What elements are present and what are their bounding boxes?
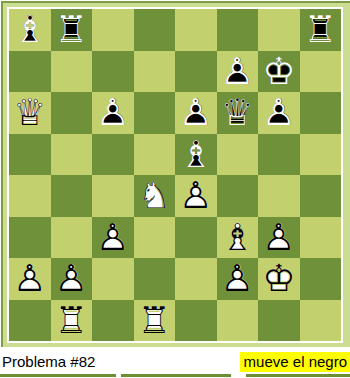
square-a7[interactable] — [9, 51, 51, 93]
white-bishop-icon: ♝♗ — [217, 217, 259, 259]
square-g6[interactable]: ♟♙ — [258, 92, 300, 134]
square-b7[interactable] — [51, 51, 93, 93]
square-d7[interactable] — [134, 51, 176, 93]
chess-problem-card: ♝♗♜♖♜♖♟♙♚♔♛♕♟♙♟♙♛♕♟♙♝♗♞♘♟♙♟♙♝♗♟♙♟♙♟♙♟♙♚♔… — [0, 0, 350, 378]
problem-number-label: Problema #82 — [2, 353, 95, 370]
square-c3[interactable]: ♟♙ — [92, 217, 134, 259]
white-pawn-icon: ♟♙ — [217, 258, 259, 300]
white-pawn-icon: ♟♙ — [51, 258, 93, 300]
square-d1[interactable]: ♜♖ — [134, 300, 176, 342]
square-g5[interactable] — [258, 134, 300, 176]
square-c1[interactable] — [92, 300, 134, 342]
square-d3[interactable] — [134, 217, 176, 259]
square-f7[interactable]: ♟♙ — [217, 51, 259, 93]
square-f4[interactable] — [217, 175, 259, 217]
black-bishop-icon: ♝♗ — [9, 9, 51, 51]
square-d4[interactable]: ♞♘ — [134, 175, 176, 217]
board-panel: ♝♗♜♖♜♖♟♙♚♔♛♕♟♙♟♙♛♕♟♙♝♗♞♘♟♙♟♙♝♗♟♙♟♙♟♙♟♙♚♔… — [1, 1, 350, 347]
black-rook-icon: ♜♖ — [300, 9, 342, 51]
square-a3[interactable] — [9, 217, 51, 259]
black-pawn-icon: ♟♙ — [92, 92, 134, 134]
square-c7[interactable] — [92, 51, 134, 93]
square-b3[interactable] — [51, 217, 93, 259]
square-a5[interactable] — [9, 134, 51, 176]
square-e8[interactable] — [175, 9, 217, 51]
white-queen-icon: ♛♕ — [9, 92, 51, 134]
square-e6[interactable]: ♟♙ — [175, 92, 217, 134]
square-c2[interactable] — [92, 258, 134, 300]
square-b5[interactable] — [51, 134, 93, 176]
square-f2[interactable]: ♟♙ — [217, 258, 259, 300]
square-a1[interactable] — [9, 300, 51, 342]
square-g3[interactable]: ♟♙ — [258, 217, 300, 259]
square-b2[interactable]: ♟♙ — [51, 258, 93, 300]
square-f3[interactable]: ♝♗ — [217, 217, 259, 259]
caption-row: Problema #82 mueve el negro — [0, 350, 350, 373]
square-g1[interactable] — [258, 300, 300, 342]
black-rook-icon: ♜♖ — [51, 9, 93, 51]
board-frame: ♝♗♜♖♜♖♟♙♚♔♛♕♟♙♟♙♛♕♟♙♝♗♞♘♟♙♟♙♝♗♟♙♟♙♟♙♟♙♚♔… — [7, 7, 343, 343]
table-grid-line — [0, 374, 116, 377]
square-g2[interactable]: ♚♔ — [258, 258, 300, 300]
square-c4[interactable] — [92, 175, 134, 217]
black-pawn-icon: ♟♙ — [217, 51, 259, 93]
table-grid-line — [121, 374, 231, 377]
square-h3[interactable] — [300, 217, 342, 259]
square-f5[interactable] — [217, 134, 259, 176]
square-e2[interactable] — [175, 258, 217, 300]
white-rook-icon: ♜♖ — [51, 300, 93, 342]
square-b6[interactable] — [51, 92, 93, 134]
square-b1[interactable]: ♜♖ — [51, 300, 93, 342]
square-e3[interactable] — [175, 217, 217, 259]
square-h7[interactable] — [300, 51, 342, 93]
black-pawn-icon: ♟♙ — [175, 92, 217, 134]
table-grid-line — [246, 374, 350, 377]
square-a6[interactable]: ♛♕ — [9, 92, 51, 134]
black-king-icon: ♚♔ — [258, 51, 300, 93]
square-c8[interactable] — [92, 9, 134, 51]
square-a4[interactable] — [9, 175, 51, 217]
white-king-icon: ♚♔ — [258, 258, 300, 300]
square-d5[interactable] — [134, 134, 176, 176]
white-pawn-icon: ♟♙ — [175, 175, 217, 217]
white-knight-icon: ♞♘ — [134, 175, 176, 217]
square-g4[interactable] — [258, 175, 300, 217]
square-g8[interactable] — [258, 9, 300, 51]
square-c6[interactable]: ♟♙ — [92, 92, 134, 134]
black-bishop-icon: ♝♗ — [175, 134, 217, 176]
square-f8[interactable] — [217, 9, 259, 51]
square-e5[interactable]: ♝♗ — [175, 134, 217, 176]
square-h4[interactable] — [300, 175, 342, 217]
chess-board[interactable]: ♝♗♜♖♜♖♟♙♚♔♛♕♟♙♟♙♛♕♟♙♝♗♞♘♟♙♟♙♝♗♟♙♟♙♟♙♟♙♚♔… — [9, 9, 341, 341]
square-h5[interactable] — [300, 134, 342, 176]
square-e7[interactable] — [175, 51, 217, 93]
square-e4[interactable]: ♟♙ — [175, 175, 217, 217]
black-queen-icon: ♛♕ — [217, 92, 259, 134]
square-f1[interactable] — [217, 300, 259, 342]
square-a2[interactable]: ♟♙ — [9, 258, 51, 300]
square-h8[interactable]: ♜♖ — [300, 9, 342, 51]
square-h6[interactable] — [300, 92, 342, 134]
square-c5[interactable] — [92, 134, 134, 176]
square-g7[interactable]: ♚♔ — [258, 51, 300, 93]
white-rook-icon: ♜♖ — [134, 300, 176, 342]
square-b8[interactable]: ♜♖ — [51, 9, 93, 51]
square-f6[interactable]: ♛♕ — [217, 92, 259, 134]
table-grid-lines — [0, 374, 350, 377]
square-d6[interactable] — [134, 92, 176, 134]
side-to-move-badge: mueve el negro — [240, 352, 350, 372]
square-d2[interactable] — [134, 258, 176, 300]
white-pawn-icon: ♟♙ — [9, 258, 51, 300]
square-h1[interactable] — [300, 300, 342, 342]
square-e1[interactable] — [175, 300, 217, 342]
square-a8[interactable]: ♝♗ — [9, 9, 51, 51]
white-pawn-icon: ♟♙ — [92, 217, 134, 259]
square-d8[interactable] — [134, 9, 176, 51]
square-b4[interactable] — [51, 175, 93, 217]
square-h2[interactable] — [300, 258, 342, 300]
white-pawn-icon: ♟♙ — [258, 217, 300, 259]
black-pawn-icon: ♟♙ — [258, 92, 300, 134]
